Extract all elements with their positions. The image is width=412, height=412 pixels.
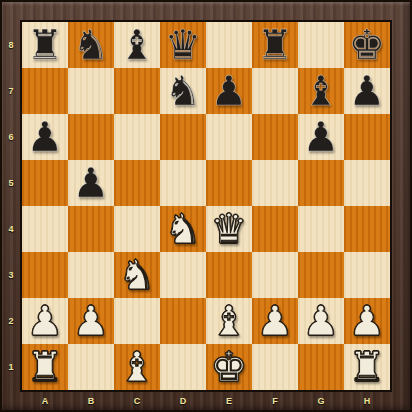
- square-d5[interactable]: [160, 160, 206, 206]
- rank-labels: 87654321: [0, 22, 22, 390]
- file-label-d: D: [160, 390, 206, 412]
- square-a5[interactable]: [22, 160, 68, 206]
- square-f4[interactable]: [252, 206, 298, 252]
- square-c2[interactable]: [114, 298, 160, 344]
- square-c4[interactable]: [114, 206, 160, 252]
- piece-black-king[interactable]: ♚: [349, 25, 386, 66]
- square-c7[interactable]: [114, 68, 160, 114]
- piece-white-pawn[interactable]: ♟: [27, 301, 64, 342]
- square-g3[interactable]: [298, 252, 344, 298]
- square-f7[interactable]: [252, 68, 298, 114]
- square-a6[interactable]: ♟: [22, 114, 68, 160]
- piece-black-pawn[interactable]: ♟: [73, 163, 110, 204]
- rank-label-4: 4: [0, 206, 22, 252]
- piece-black-bishop[interactable]: ♝: [119, 25, 156, 66]
- square-e3[interactable]: [206, 252, 252, 298]
- square-d2[interactable]: [160, 298, 206, 344]
- square-h6[interactable]: [344, 114, 390, 160]
- piece-white-rook[interactable]: ♜: [27, 347, 64, 388]
- piece-white-queen[interactable]: ♛: [211, 209, 248, 250]
- square-f6[interactable]: [252, 114, 298, 160]
- square-c3[interactable]: ♞: [114, 252, 160, 298]
- rank-label-6: 6: [0, 114, 22, 160]
- square-f5[interactable]: [252, 160, 298, 206]
- square-d7[interactable]: ♞: [160, 68, 206, 114]
- piece-black-knight[interactable]: ♞: [73, 25, 110, 66]
- file-label-e: E: [206, 390, 252, 412]
- piece-white-pawn[interactable]: ♟: [303, 301, 340, 342]
- piece-white-pawn[interactable]: ♟: [257, 301, 294, 342]
- square-a2[interactable]: ♟: [22, 298, 68, 344]
- square-b7[interactable]: [68, 68, 114, 114]
- square-a4[interactable]: [22, 206, 68, 252]
- square-b2[interactable]: ♟: [68, 298, 114, 344]
- rank-label-3: 3: [0, 252, 22, 298]
- square-a3[interactable]: [22, 252, 68, 298]
- piece-black-rook[interactable]: ♜: [27, 25, 64, 66]
- square-g8[interactable]: [298, 22, 344, 68]
- square-d6[interactable]: [160, 114, 206, 160]
- square-b1[interactable]: [68, 344, 114, 390]
- rank-label-1: 1: [0, 344, 22, 390]
- square-c8[interactable]: ♝: [114, 22, 160, 68]
- square-e2[interactable]: ♝: [206, 298, 252, 344]
- square-e4[interactable]: ♛: [206, 206, 252, 252]
- piece-black-rook[interactable]: ♜: [257, 25, 294, 66]
- rank-label-2: 2: [0, 298, 22, 344]
- file-labels: ABCDEFGH: [22, 390, 390, 412]
- piece-white-pawn[interactable]: ♟: [73, 301, 110, 342]
- square-f2[interactable]: ♟: [252, 298, 298, 344]
- square-b8[interactable]: ♞: [68, 22, 114, 68]
- square-g1[interactable]: [298, 344, 344, 390]
- square-h3[interactable]: [344, 252, 390, 298]
- piece-white-king[interactable]: ♚: [211, 347, 248, 388]
- piece-black-pawn[interactable]: ♟: [349, 71, 386, 112]
- file-label-h: H: [344, 390, 390, 412]
- piece-black-bishop[interactable]: ♝: [303, 71, 340, 112]
- piece-black-pawn[interactable]: ♟: [27, 117, 64, 158]
- piece-black-knight[interactable]: ♞: [165, 71, 202, 112]
- square-h8[interactable]: ♚: [344, 22, 390, 68]
- square-d1[interactable]: [160, 344, 206, 390]
- square-e7[interactable]: ♟: [206, 68, 252, 114]
- square-a7[interactable]: [22, 68, 68, 114]
- piece-black-queen[interactable]: ♛: [165, 25, 202, 66]
- square-h7[interactable]: ♟: [344, 68, 390, 114]
- piece-white-rook[interactable]: ♜: [349, 347, 386, 388]
- square-b6[interactable]: [68, 114, 114, 160]
- piece-white-bishop[interactable]: ♝: [119, 347, 156, 388]
- square-e6[interactable]: [206, 114, 252, 160]
- square-d3[interactable]: [160, 252, 206, 298]
- square-c5[interactable]: [114, 160, 160, 206]
- piece-white-knight[interactable]: ♞: [119, 255, 156, 296]
- piece-black-pawn[interactable]: ♟: [303, 117, 340, 158]
- file-label-f: F: [252, 390, 298, 412]
- square-g7[interactable]: ♝: [298, 68, 344, 114]
- square-e1[interactable]: ♚: [206, 344, 252, 390]
- square-f8[interactable]: ♜: [252, 22, 298, 68]
- square-b5[interactable]: ♟: [68, 160, 114, 206]
- square-e8[interactable]: [206, 22, 252, 68]
- chess-board[interactable]: ♜♞♝♛♜♚♞♟♝♟♟♟♟♞♛♞♟♟♝♟♟♟♜♝♚♜: [22, 22, 390, 390]
- square-b4[interactable]: [68, 206, 114, 252]
- square-g5[interactable]: [298, 160, 344, 206]
- square-c1[interactable]: ♝: [114, 344, 160, 390]
- file-label-c: C: [114, 390, 160, 412]
- rank-label-5: 5: [0, 160, 22, 206]
- chess-app-window: 87654321 ABCDEFGH ♜♞♝♛♜♚♞♟♝♟♟♟♟♞♛♞♟♟♝♟♟♟…: [0, 0, 412, 412]
- square-f3[interactable]: [252, 252, 298, 298]
- square-e5[interactable]: [206, 160, 252, 206]
- square-a8[interactable]: ♜: [22, 22, 68, 68]
- square-c6[interactable]: [114, 114, 160, 160]
- piece-white-knight[interactable]: ♞: [165, 209, 202, 250]
- square-a1[interactable]: ♜: [22, 344, 68, 390]
- square-b3[interactable]: [68, 252, 114, 298]
- file-label-g: G: [298, 390, 344, 412]
- piece-white-pawn[interactable]: ♟: [349, 301, 386, 342]
- square-g6[interactable]: ♟: [298, 114, 344, 160]
- square-d8[interactable]: ♛: [160, 22, 206, 68]
- square-h4[interactable]: [344, 206, 390, 252]
- square-f1[interactable]: [252, 344, 298, 390]
- rank-label-7: 7: [0, 68, 22, 114]
- square-h5[interactable]: [344, 160, 390, 206]
- piece-white-bishop[interactable]: ♝: [211, 301, 248, 342]
- square-h2[interactable]: ♟: [344, 298, 390, 344]
- rank-label-8: 8: [0, 22, 22, 68]
- square-d4[interactable]: ♞: [160, 206, 206, 252]
- file-label-a: A: [22, 390, 68, 412]
- square-g2[interactable]: ♟: [298, 298, 344, 344]
- file-label-b: B: [68, 390, 114, 412]
- piece-black-pawn[interactable]: ♟: [211, 71, 248, 112]
- square-h1[interactable]: ♜: [344, 344, 390, 390]
- square-g4[interactable]: [298, 206, 344, 252]
